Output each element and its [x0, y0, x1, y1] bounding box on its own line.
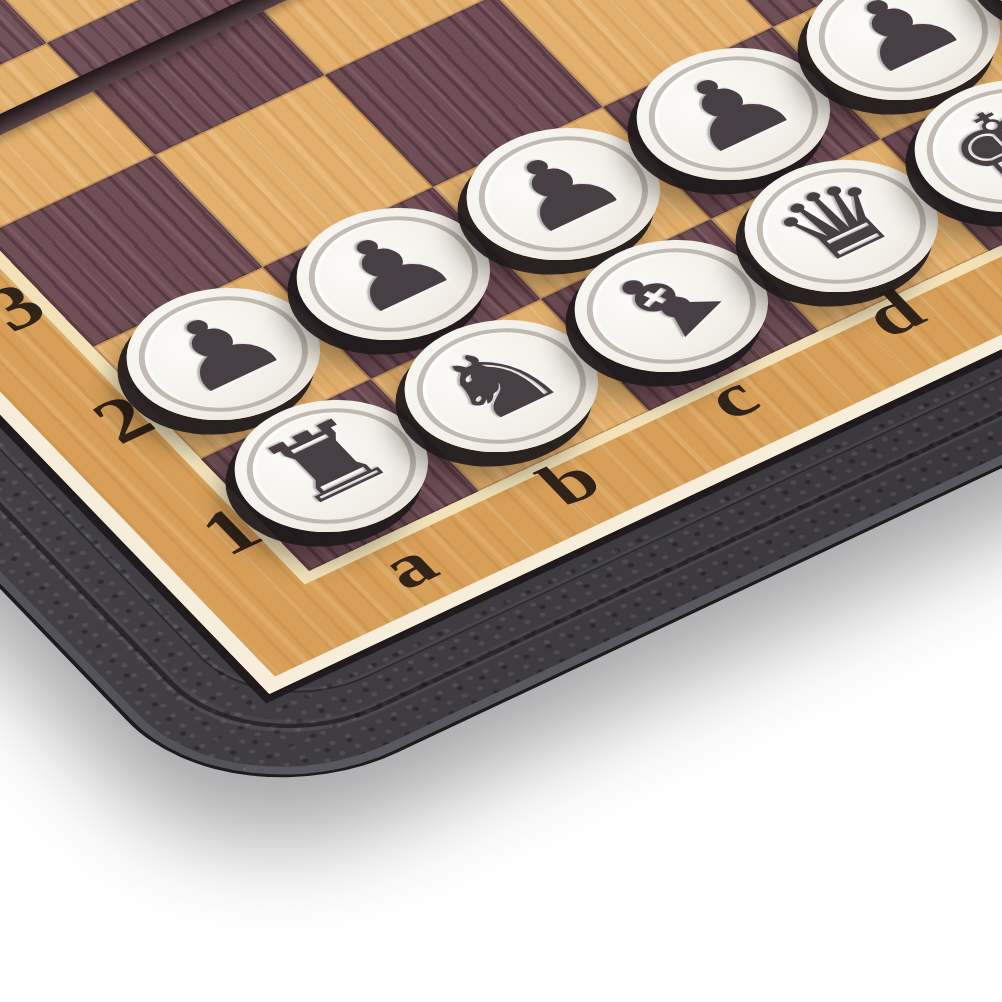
chess-set-photo: 12345678abcdefgh ♟♟♟♟♟♟♜♞♝♛♚: [0, 0, 1002, 1002]
